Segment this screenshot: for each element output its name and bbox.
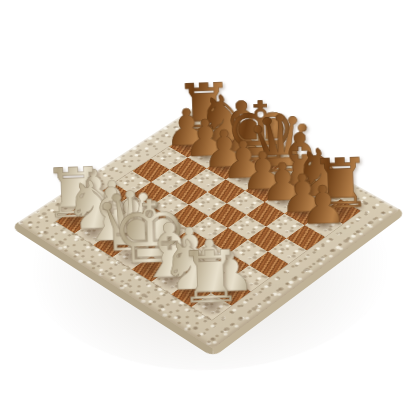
scene: ♜♞♝♚♛♝♞♜♟♟♟♟♟♟♟♟♟♟♟♟♟♟♟♟♜♞♝♛♚♝♞♜ bbox=[0, 0, 416, 416]
product-photo: ♜♞♝♚♛♝♞♜♟♟♟♟♟♟♟♟♟♟♟♟♟♟♟♟♜♞♝♛♚♝♞♜ bbox=[0, 0, 416, 416]
